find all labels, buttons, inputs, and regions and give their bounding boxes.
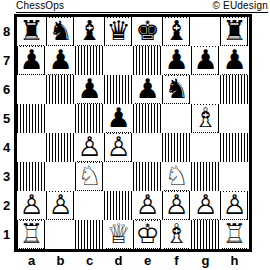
piece-black-rook[interactable]: ♜ <box>222 18 247 46</box>
square-c6[interactable]: ♟ <box>75 75 104 104</box>
square-f1[interactable]: ♗ <box>162 220 191 249</box>
rank-labels: 87654321 <box>0 17 13 249</box>
piece-white-pawn[interactable]: ♙ <box>193 192 218 220</box>
piece-black-pawn[interactable]: ♟ <box>222 47 247 75</box>
square-h7[interactable]: ♟ <box>220 46 249 75</box>
file-labels: abcdefgh <box>17 254 249 268</box>
square-e5[interactable] <box>133 104 162 133</box>
square-b5[interactable] <box>46 104 75 133</box>
square-b4[interactable] <box>46 133 75 162</box>
file-label-g: g <box>191 254 220 268</box>
file-label-b: b <box>46 254 75 268</box>
square-f6[interactable]: ♞ <box>162 75 191 104</box>
square-e4[interactable] <box>133 133 162 162</box>
file-label-a: a <box>17 254 46 268</box>
square-a2[interactable]: ♙ <box>17 191 46 220</box>
square-h5[interactable] <box>220 104 249 133</box>
square-e2[interactable]: ♙ <box>133 191 162 220</box>
square-e3[interactable] <box>133 162 162 191</box>
square-h6[interactable] <box>220 75 249 104</box>
square-c7[interactable] <box>75 46 104 75</box>
square-d4[interactable]: ♙ <box>104 133 133 162</box>
rank-label-1: 1 <box>0 220 13 249</box>
square-f4[interactable] <box>162 133 191 162</box>
piece-white-pawn[interactable]: ♙ <box>19 192 44 220</box>
square-e8[interactable]: ♚ <box>133 17 162 46</box>
square-e7[interactable] <box>133 46 162 75</box>
square-d2[interactable] <box>104 191 133 220</box>
square-h4[interactable] <box>220 133 249 162</box>
file-label-h: h <box>220 254 249 268</box>
piece-white-knight[interactable]: ♘ <box>164 163 189 191</box>
square-c8[interactable]: ♝ <box>75 17 104 46</box>
square-a4[interactable] <box>17 133 46 162</box>
square-f3[interactable]: ♘ <box>162 162 191 191</box>
file-label-e: e <box>133 254 162 268</box>
piece-white-pawn[interactable]: ♙ <box>222 192 247 220</box>
square-c2[interactable] <box>75 191 104 220</box>
piece-black-pawn[interactable]: ♟ <box>135 76 160 104</box>
piece-white-rook[interactable]: ♖ <box>19 221 44 249</box>
piece-black-pawn[interactable]: ♟ <box>19 47 44 75</box>
piece-black-king[interactable]: ♚ <box>135 18 160 46</box>
piece-white-bishop[interactable]: ♗ <box>164 221 189 249</box>
square-a6[interactable] <box>17 75 46 104</box>
piece-black-knight[interactable]: ♞ <box>164 76 189 104</box>
square-b7[interactable]: ♟ <box>46 46 75 75</box>
square-f7[interactable]: ♟ <box>162 46 191 75</box>
square-a3[interactable] <box>17 162 46 191</box>
file-label-f: f <box>162 254 191 268</box>
square-b2[interactable]: ♙ <box>46 191 75 220</box>
square-c5[interactable] <box>75 104 104 133</box>
square-f5[interactable] <box>162 104 191 133</box>
square-g3[interactable] <box>191 162 220 191</box>
square-f8[interactable]: ♝ <box>162 17 191 46</box>
rank-label-7: 7 <box>0 46 13 75</box>
piece-white-pawn[interactable]: ♙ <box>48 192 73 220</box>
square-a1[interactable]: ♖ <box>17 220 46 249</box>
piece-white-bishop[interactable]: ♗ <box>193 105 218 133</box>
copyright-label: © EUdesign <box>212 0 268 12</box>
square-a7[interactable]: ♟ <box>17 46 46 75</box>
square-d6[interactable] <box>104 75 133 104</box>
square-b1[interactable] <box>46 220 75 249</box>
square-f2[interactable]: ♙ <box>162 191 191 220</box>
rank-label-6: 6 <box>0 75 13 104</box>
chessops-diagram: ChessOps © EUdesign 87654321 ♜♞♝♛♚♝♜♟♟♟♟… <box>0 0 270 270</box>
rank-label-3: 3 <box>0 162 13 191</box>
square-d5[interactable]: ♟ <box>104 104 133 133</box>
square-g2[interactable]: ♙ <box>191 191 220 220</box>
square-g8[interactable] <box>191 17 220 46</box>
piece-white-pawn[interactable]: ♙ <box>106 134 131 162</box>
square-b6[interactable] <box>46 75 75 104</box>
square-b8[interactable]: ♞ <box>46 17 75 46</box>
piece-white-king[interactable]: ♔ <box>135 221 160 249</box>
piece-white-pawn[interactable]: ♙ <box>164 192 189 220</box>
piece-black-pawn[interactable]: ♟ <box>106 105 131 133</box>
piece-black-pawn[interactable]: ♟ <box>48 47 73 75</box>
square-h8[interactable]: ♜ <box>220 17 249 46</box>
square-d1[interactable]: ♕ <box>104 220 133 249</box>
square-g5[interactable]: ♗ <box>191 104 220 133</box>
rank-label-4: 4 <box>0 133 13 162</box>
square-d8[interactable]: ♛ <box>104 17 133 46</box>
piece-black-pawn[interactable]: ♟ <box>164 47 189 75</box>
rank-label-5: 5 <box>0 104 13 133</box>
square-g1[interactable] <box>191 220 220 249</box>
square-d7[interactable] <box>104 46 133 75</box>
square-g6[interactable] <box>191 75 220 104</box>
title-bar: ChessOps © EUdesign <box>16 0 268 13</box>
piece-white-knight[interactable]: ♘ <box>77 163 102 191</box>
app-title: ChessOps <box>16 0 64 12</box>
piece-white-pawn[interactable]: ♙ <box>77 134 102 162</box>
piece-black-queen[interactable]: ♛ <box>106 18 131 46</box>
square-c4[interactable]: ♙ <box>75 133 104 162</box>
chess-board: ♜♞♝♛♚♝♜♟♟♟♟♟♟♟♞♟♗♙♙♘♘♙♙♙♙♙♙♖♕♔♗♖ <box>14 14 252 252</box>
file-label-d: d <box>104 254 133 268</box>
piece-black-pawn[interactable]: ♟ <box>77 76 102 104</box>
square-d3[interactable] <box>104 162 133 191</box>
piece-black-knight[interactable]: ♞ <box>48 18 73 46</box>
piece-black-bishop[interactable]: ♝ <box>77 18 102 46</box>
piece-black-bishop[interactable]: ♝ <box>164 18 189 46</box>
square-c1[interactable] <box>75 220 104 249</box>
piece-white-pawn[interactable]: ♙ <box>135 192 160 220</box>
piece-black-rook[interactable]: ♜ <box>19 18 44 46</box>
piece-white-rook[interactable]: ♖ <box>222 221 247 249</box>
square-c3[interactable]: ♘ <box>75 162 104 191</box>
rank-label-2: 2 <box>0 191 13 220</box>
rank-label-8: 8 <box>0 17 13 46</box>
square-h2[interactable]: ♙ <box>220 191 249 220</box>
square-h3[interactable] <box>220 162 249 191</box>
square-b3[interactable] <box>46 162 75 191</box>
square-e1[interactable]: ♔ <box>133 220 162 249</box>
square-g4[interactable] <box>191 133 220 162</box>
piece-white-queen[interactable]: ♕ <box>106 221 131 249</box>
piece-black-pawn[interactable]: ♟ <box>193 47 218 75</box>
file-label-c: c <box>75 254 104 268</box>
square-a8[interactable]: ♜ <box>17 17 46 46</box>
square-h1[interactable]: ♖ <box>220 220 249 249</box>
square-a5[interactable] <box>17 104 46 133</box>
square-e6[interactable]: ♟ <box>133 75 162 104</box>
square-g7[interactable]: ♟ <box>191 46 220 75</box>
